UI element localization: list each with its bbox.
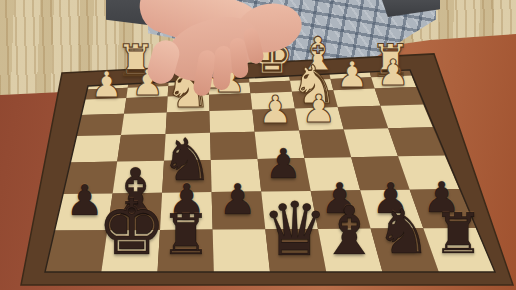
player-hand: ♟	[0, 0, 516, 290]
photo-stage: ♜♚♝♜♟♟♟♟♟♞♞♟♟♟♞♟♟♟♟♟♝♟♜♞♝♛♜♚ ♟	[0, 0, 516, 290]
